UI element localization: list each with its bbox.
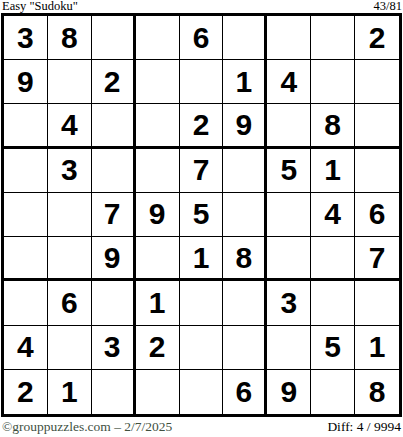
cell-r1c7-empty[interactable] xyxy=(267,16,311,60)
cell-r3c3-empty[interactable] xyxy=(92,104,136,148)
cell-r9c1-given: 2 xyxy=(4,370,48,414)
cell-r7c4-given: 1 xyxy=(136,281,180,325)
cell-r7c3-empty[interactable] xyxy=(92,281,136,325)
cell-r7c8-empty[interactable] xyxy=(311,281,355,325)
cell-r2c3-given: 2 xyxy=(92,60,136,104)
cell-r1c2-given: 8 xyxy=(48,16,92,60)
cell-r1c9-given: 2 xyxy=(355,16,399,60)
cell-r1c5-given: 6 xyxy=(180,16,224,60)
cell-r6c7-empty[interactable] xyxy=(267,237,311,281)
cell-r8c4-given: 2 xyxy=(136,326,180,370)
cell-r4c4-empty[interactable] xyxy=(136,149,180,193)
cell-r6c3-given: 9 xyxy=(92,237,136,281)
cell-r3c7-empty[interactable] xyxy=(267,104,311,148)
cell-r9c4-empty[interactable] xyxy=(136,370,180,414)
cell-r4c2-given: 3 xyxy=(48,149,92,193)
cell-r2c9-empty[interactable] xyxy=(355,60,399,104)
cell-r6c2-empty[interactable] xyxy=(48,237,92,281)
cell-r6c5-given: 1 xyxy=(180,237,224,281)
cell-r8c8-given: 5 xyxy=(311,326,355,370)
cell-r4c7-given: 5 xyxy=(267,149,311,193)
cell-r6c1-empty[interactable] xyxy=(4,237,48,281)
cell-r2c8-empty[interactable] xyxy=(311,60,355,104)
cell-r4c8-given: 1 xyxy=(311,149,355,193)
cell-r3c5-given: 2 xyxy=(180,104,224,148)
cell-r7c7-given: 3 xyxy=(267,281,311,325)
cell-r8c2-empty[interactable] xyxy=(48,326,92,370)
cell-r3c1-empty[interactable] xyxy=(4,104,48,148)
cell-r1c6-empty[interactable] xyxy=(223,16,267,60)
cell-r5c3-given: 7 xyxy=(92,193,136,237)
cell-r2c2-empty[interactable] xyxy=(48,60,92,104)
sudoku-board: 38629214429837517954691876134325121698 xyxy=(1,13,402,417)
cell-r3c4-empty[interactable] xyxy=(136,104,180,148)
cell-r9c8-empty[interactable] xyxy=(311,370,355,414)
cell-r9c5-empty[interactable] xyxy=(180,370,224,414)
cell-r9c3-empty[interactable] xyxy=(92,370,136,414)
cell-r8c3-given: 3 xyxy=(92,326,136,370)
cell-r2c4-empty[interactable] xyxy=(136,60,180,104)
cell-r8c9-given: 1 xyxy=(355,326,399,370)
cell-r8c1-given: 4 xyxy=(4,326,48,370)
copyright-text: ©grouppuzzles.com – 2/7/2025 xyxy=(2,417,172,437)
cell-r7c1-empty[interactable] xyxy=(4,281,48,325)
header: Easy "Sudoku" 43/81 xyxy=(0,0,403,13)
cell-r9c9-given: 8 xyxy=(355,370,399,414)
cell-r5c2-empty[interactable] xyxy=(48,193,92,237)
cell-r4c1-empty[interactable] xyxy=(4,149,48,193)
cell-r6c6-given: 8 xyxy=(223,237,267,281)
cell-r9c7-given: 9 xyxy=(267,370,311,414)
cell-r5c5-given: 5 xyxy=(180,193,224,237)
cell-r8c7-empty[interactable] xyxy=(267,326,311,370)
difficulty-text: Diff: 4 / 9994 xyxy=(327,417,401,437)
cell-r5c6-empty[interactable] xyxy=(223,193,267,237)
cell-r6c9-given: 7 xyxy=(355,237,399,281)
cell-r3c8-given: 8 xyxy=(311,104,355,148)
page-title: Easy "Sudoku" xyxy=(2,0,78,13)
cell-r4c5-given: 7 xyxy=(180,149,224,193)
cell-r9c6-given: 6 xyxy=(223,370,267,414)
cell-r8c5-empty[interactable] xyxy=(180,326,224,370)
cell-r7c5-empty[interactable] xyxy=(180,281,224,325)
cell-r4c9-empty[interactable] xyxy=(355,149,399,193)
cell-r2c7-given: 4 xyxy=(267,60,311,104)
cell-r1c1-given: 3 xyxy=(4,16,48,60)
cell-r4c3-empty[interactable] xyxy=(92,149,136,193)
cell-r9c2-given: 1 xyxy=(48,370,92,414)
puzzle-counter: 43/81 xyxy=(374,0,402,13)
cell-r1c4-empty[interactable] xyxy=(136,16,180,60)
cell-r3c2-given: 4 xyxy=(48,104,92,148)
cell-r5c1-empty[interactable] xyxy=(4,193,48,237)
cell-r6c8-empty[interactable] xyxy=(311,237,355,281)
cell-r2c1-given: 9 xyxy=(4,60,48,104)
sudoku-page: Easy "Sudoku" 43/81 38629214429837517954… xyxy=(0,0,403,437)
cell-r7c6-empty[interactable] xyxy=(223,281,267,325)
cell-r2c5-empty[interactable] xyxy=(180,60,224,104)
cell-r1c3-empty[interactable] xyxy=(92,16,136,60)
cell-r7c2-given: 6 xyxy=(48,281,92,325)
cell-r3c9-empty[interactable] xyxy=(355,104,399,148)
cell-r1c8-empty[interactable] xyxy=(311,16,355,60)
footer: ©grouppuzzles.com – 2/7/2025 Diff: 4 / 9… xyxy=(0,417,403,437)
cell-r5c9-given: 6 xyxy=(355,193,399,237)
cell-r7c9-empty[interactable] xyxy=(355,281,399,325)
cell-r2c6-given: 1 xyxy=(223,60,267,104)
cell-r5c8-given: 4 xyxy=(311,193,355,237)
cell-r4c6-empty[interactable] xyxy=(223,149,267,193)
cell-r5c4-given: 9 xyxy=(136,193,180,237)
cell-r3c6-given: 9 xyxy=(223,104,267,148)
cell-r8c6-empty[interactable] xyxy=(223,326,267,370)
cell-r5c7-empty[interactable] xyxy=(267,193,311,237)
cell-r6c4-empty[interactable] xyxy=(136,237,180,281)
